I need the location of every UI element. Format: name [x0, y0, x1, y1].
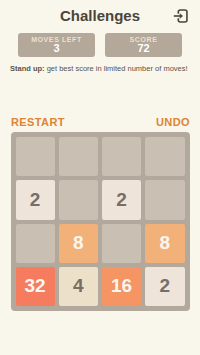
empty-cell: [102, 137, 141, 176]
empty-cell: [16, 224, 55, 263]
tile-32: 32: [16, 267, 55, 306]
empty-cell: [145, 137, 184, 176]
tile-2: 2: [145, 267, 184, 306]
score-value: 72: [137, 43, 149, 55]
empty-cell: [145, 180, 184, 219]
moves-left-value: 3: [53, 43, 59, 55]
challenge-description: Stand up: get best score in limited numb…: [10, 64, 190, 73]
tile-16: 16: [102, 267, 141, 306]
tile-2: 2: [16, 180, 55, 219]
exit-button[interactable]: [172, 7, 190, 25]
moves-left-badge: MOVES LEFT 3: [18, 33, 95, 57]
toolbar: RESTART UNDO: [11, 116, 190, 128]
restart-button[interactable]: RESTART: [11, 116, 65, 128]
header: Challenges: [0, 0, 200, 24]
tile-2: 2: [102, 180, 141, 219]
challenge-description-rest: get best score in limited number of move…: [45, 64, 188, 73]
empty-cell: [59, 137, 98, 176]
exit-icon: [172, 13, 190, 28]
score-badge: SCORE 72: [105, 33, 182, 57]
empty-cell: [59, 180, 98, 219]
tile-8: 8: [59, 224, 98, 263]
undo-button[interactable]: UNDO: [156, 116, 190, 128]
challenge-description-lead: Stand up:: [10, 64, 45, 73]
tile-8: 8: [145, 224, 184, 263]
stats-row: MOVES LEFT 3 SCORE 72: [0, 33, 200, 57]
empty-cell: [16, 137, 55, 176]
app-screen: Challenges MOVES LEFT 3 SCORE 72 Stand u…: [0, 0, 200, 355]
tile-4: 4: [59, 267, 98, 306]
board[interactable]: 2288324162: [11, 132, 190, 311]
page-title: Challenges: [0, 7, 200, 24]
empty-cell: [102, 224, 141, 263]
